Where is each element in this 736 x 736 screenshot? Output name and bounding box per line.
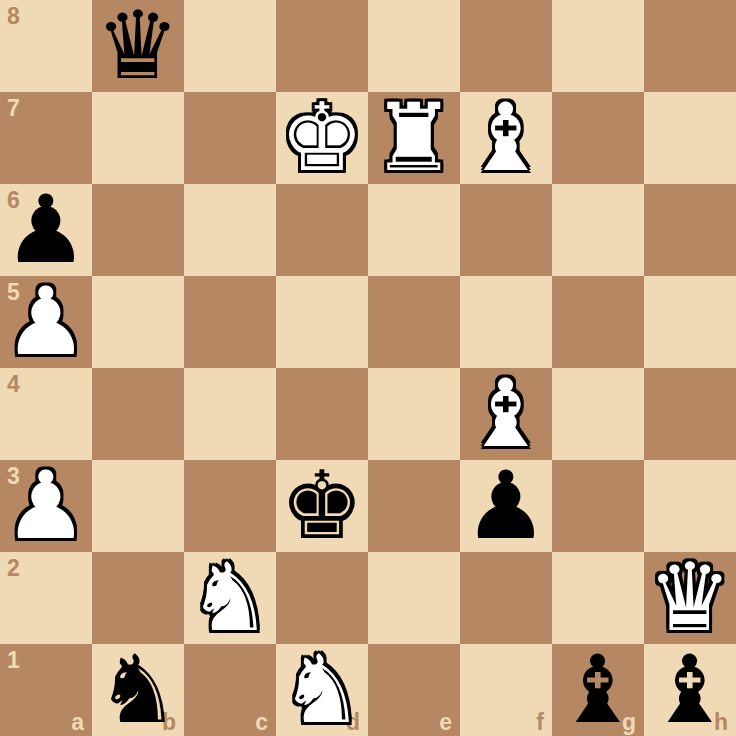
- square-h2[interactable]: ♛: [644, 552, 736, 644]
- square-a1[interactable]: 1a: [0, 644, 92, 736]
- square-h6[interactable]: [644, 184, 736, 276]
- rank-label-1: 1: [7, 649, 20, 672]
- piece-white-king[interactable]: ♚: [280, 92, 364, 184]
- square-b3[interactable]: [92, 460, 184, 552]
- square-a4[interactable]: 4: [0, 368, 92, 460]
- square-h3[interactable]: [644, 460, 736, 552]
- square-d5[interactable]: [276, 276, 368, 368]
- square-d1[interactable]: d♞: [276, 644, 368, 736]
- piece-black-queen[interactable]: ♛: [96, 0, 180, 92]
- piece-white-queen[interactable]: ♛: [648, 552, 732, 644]
- square-a3[interactable]: 3♟: [0, 460, 92, 552]
- square-b2[interactable]: [92, 552, 184, 644]
- square-d6[interactable]: [276, 184, 368, 276]
- square-g4[interactable]: [552, 368, 644, 460]
- square-h4[interactable]: [644, 368, 736, 460]
- square-f6[interactable]: [460, 184, 552, 276]
- square-d2[interactable]: [276, 552, 368, 644]
- square-e4[interactable]: [368, 368, 460, 460]
- square-f3[interactable]: ♟: [460, 460, 552, 552]
- square-c3[interactable]: [184, 460, 276, 552]
- square-h1[interactable]: h♝: [644, 644, 736, 736]
- file-label-f: f: [536, 711, 544, 734]
- square-d3[interactable]: ♚: [276, 460, 368, 552]
- file-label-c: c: [255, 711, 268, 734]
- square-a5[interactable]: 5♟: [0, 276, 92, 368]
- square-f4[interactable]: ♝: [460, 368, 552, 460]
- square-c6[interactable]: [184, 184, 276, 276]
- square-e5[interactable]: [368, 276, 460, 368]
- square-g5[interactable]: [552, 276, 644, 368]
- square-f7[interactable]: ♝: [460, 92, 552, 184]
- square-h8[interactable]: [644, 0, 736, 92]
- square-a8[interactable]: 8: [0, 0, 92, 92]
- square-d7[interactable]: ♚: [276, 92, 368, 184]
- square-c5[interactable]: [184, 276, 276, 368]
- rank-label-2: 2: [7, 557, 20, 580]
- square-c2[interactable]: ♞: [184, 552, 276, 644]
- square-g6[interactable]: [552, 184, 644, 276]
- square-d4[interactable]: [276, 368, 368, 460]
- file-label-a: a: [71, 711, 84, 734]
- square-h7[interactable]: [644, 92, 736, 184]
- square-e6[interactable]: [368, 184, 460, 276]
- square-b8[interactable]: ♛: [92, 0, 184, 92]
- square-e2[interactable]: [368, 552, 460, 644]
- piece-white-knight[interactable]: ♞: [280, 644, 364, 736]
- square-e3[interactable]: [368, 460, 460, 552]
- piece-black-knight[interactable]: ♞: [96, 644, 180, 736]
- square-c4[interactable]: [184, 368, 276, 460]
- square-f2[interactable]: [460, 552, 552, 644]
- square-c1[interactable]: c: [184, 644, 276, 736]
- square-b4[interactable]: [92, 368, 184, 460]
- square-g8[interactable]: [552, 0, 644, 92]
- square-c7[interactable]: [184, 92, 276, 184]
- square-g1[interactable]: g♝: [552, 644, 644, 736]
- piece-white-knight[interactable]: ♞: [188, 552, 272, 644]
- square-h5[interactable]: [644, 276, 736, 368]
- piece-white-rook[interactable]: ♜: [372, 92, 456, 184]
- piece-white-pawn[interactable]: ♟: [4, 460, 88, 552]
- square-f8[interactable]: [460, 0, 552, 92]
- square-a2[interactable]: 2: [0, 552, 92, 644]
- square-e7[interactable]: ♜: [368, 92, 460, 184]
- square-f1[interactable]: f: [460, 644, 552, 736]
- square-g2[interactable]: [552, 552, 644, 644]
- square-d8[interactable]: [276, 0, 368, 92]
- piece-white-pawn[interactable]: ♟: [4, 276, 88, 368]
- square-a7[interactable]: 7: [0, 92, 92, 184]
- square-e8[interactable]: [368, 0, 460, 92]
- piece-black-king[interactable]: ♚: [280, 460, 364, 552]
- square-g3[interactable]: [552, 460, 644, 552]
- square-b1[interactable]: b♞: [92, 644, 184, 736]
- file-label-e: e: [439, 711, 452, 734]
- piece-black-pawn[interactable]: ♟: [464, 460, 548, 552]
- square-a6[interactable]: 6♟: [0, 184, 92, 276]
- piece-black-bishop[interactable]: ♝: [648, 644, 732, 736]
- piece-white-bishop[interactable]: ♝: [464, 368, 548, 460]
- square-b5[interactable]: [92, 276, 184, 368]
- square-e1[interactable]: e: [368, 644, 460, 736]
- chess-board: 8♛7♚♜♝6♟5♟4♝3♟♚♟2♞♛1ab♞cd♞efg♝h♝: [0, 0, 736, 736]
- piece-white-bishop[interactable]: ♝: [464, 92, 548, 184]
- square-b6[interactable]: [92, 184, 184, 276]
- rank-label-4: 4: [7, 373, 20, 396]
- square-c8[interactable]: [184, 0, 276, 92]
- square-b7[interactable]: [92, 92, 184, 184]
- piece-black-bishop[interactable]: ♝: [556, 644, 640, 736]
- square-f5[interactable]: [460, 276, 552, 368]
- square-g7[interactable]: [552, 92, 644, 184]
- rank-label-7: 7: [7, 97, 20, 120]
- rank-label-8: 8: [7, 5, 20, 28]
- piece-black-pawn[interactable]: ♟: [4, 184, 88, 276]
